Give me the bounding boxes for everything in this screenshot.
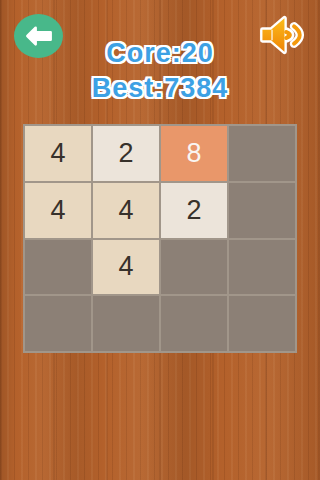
empty-cell: [161, 240, 227, 295]
tile-4: 4: [93, 240, 159, 295]
empty-cell: [25, 296, 91, 351]
game-screen: Core:20 Best:7384 4284424: [0, 0, 320, 480]
best-text: Best:7384: [0, 73, 320, 104]
tile-2: 2: [93, 126, 159, 181]
empty-cell: [229, 296, 295, 351]
empty-cell: [161, 296, 227, 351]
empty-cell: [93, 296, 159, 351]
tile-8: 8: [161, 126, 227, 181]
tile-4: 4: [93, 183, 159, 238]
tile-4: 4: [25, 126, 91, 181]
empty-cell: [229, 183, 295, 238]
board-grid[interactable]: 4284424: [23, 124, 297, 353]
empty-cell: [25, 240, 91, 295]
tile-2: 2: [161, 183, 227, 238]
tile-4: 4: [25, 183, 91, 238]
score-text: Core:20: [0, 38, 320, 69]
empty-cell: [229, 240, 295, 295]
empty-cell: [229, 126, 295, 181]
